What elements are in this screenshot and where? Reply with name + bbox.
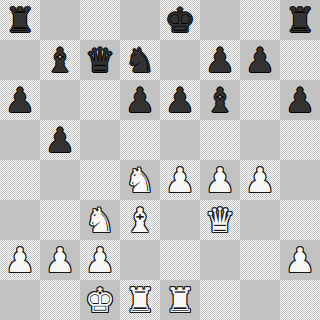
piece-black-knight[interactable]: ♞ — [120, 40, 160, 80]
square-b3[interactable] — [40, 200, 80, 240]
piece-white-pawn[interactable]: ♟ — [40, 240, 80, 280]
square-f4[interactable]: ♟ — [200, 160, 240, 200]
square-e6[interactable]: ♟ — [160, 80, 200, 120]
square-d4[interactable]: ♞ — [120, 160, 160, 200]
piece-black-rook[interactable]: ♜ — [280, 0, 320, 40]
piece-black-pawn[interactable]: ♟ — [120, 80, 160, 120]
square-h2[interactable]: ♟ — [280, 240, 320, 280]
square-a2[interactable]: ♟ — [0, 240, 40, 280]
square-e2[interactable] — [160, 240, 200, 280]
square-a8[interactable]: ♜ — [0, 0, 40, 40]
piece-white-pawn[interactable]: ♟ — [200, 160, 240, 200]
square-c5[interactable] — [80, 120, 120, 160]
piece-black-king[interactable]: ♚ — [160, 0, 200, 40]
piece-white-pawn[interactable]: ♟ — [80, 240, 120, 280]
square-e5[interactable] — [160, 120, 200, 160]
square-e1[interactable]: ♜ — [160, 280, 200, 320]
chess-board: ♜♚♜♝♛♞♟♟♟♟♟♝♟♟♞♟♟♟♞♝♛♟♟♟♟♚♜♜ — [0, 0, 320, 320]
square-a1[interactable] — [0, 280, 40, 320]
square-f6[interactable]: ♝ — [200, 80, 240, 120]
square-g3[interactable] — [240, 200, 280, 240]
piece-black-pawn[interactable]: ♟ — [240, 40, 280, 80]
piece-white-knight[interactable]: ♞ — [80, 200, 120, 240]
piece-white-rook[interactable]: ♜ — [160, 280, 200, 320]
square-b5[interactable]: ♟ — [40, 120, 80, 160]
square-h4[interactable] — [280, 160, 320, 200]
square-e7[interactable] — [160, 40, 200, 80]
square-b6[interactable] — [40, 80, 80, 120]
square-a4[interactable] — [0, 160, 40, 200]
square-b1[interactable] — [40, 280, 80, 320]
piece-white-pawn[interactable]: ♟ — [280, 240, 320, 280]
square-e8[interactable]: ♚ — [160, 0, 200, 40]
square-f7[interactable]: ♟ — [200, 40, 240, 80]
chess-diagram: ♜♚♜♝♛♞♟♟♟♟♟♝♟♟♞♟♟♟♞♝♛♟♟♟♟♚♜♜ — [0, 0, 320, 320]
piece-black-bishop[interactable]: ♝ — [40, 40, 80, 80]
piece-black-pawn[interactable]: ♟ — [0, 80, 40, 120]
square-d8[interactable] — [120, 0, 160, 40]
square-a3[interactable] — [0, 200, 40, 240]
piece-white-pawn[interactable]: ♟ — [240, 160, 280, 200]
square-c1[interactable]: ♚ — [80, 280, 120, 320]
square-h1[interactable] — [280, 280, 320, 320]
square-f2[interactable] — [200, 240, 240, 280]
square-c7[interactable]: ♛ — [80, 40, 120, 80]
square-g1[interactable] — [240, 280, 280, 320]
square-h7[interactable] — [280, 40, 320, 80]
square-g4[interactable]: ♟ — [240, 160, 280, 200]
piece-black-bishop[interactable]: ♝ — [200, 80, 240, 120]
piece-white-king[interactable]: ♚ — [80, 280, 120, 320]
square-g2[interactable] — [240, 240, 280, 280]
square-g8[interactable] — [240, 0, 280, 40]
square-b2[interactable]: ♟ — [40, 240, 80, 280]
piece-black-pawn[interactable]: ♟ — [40, 120, 80, 160]
square-g6[interactable] — [240, 80, 280, 120]
piece-white-bishop[interactable]: ♝ — [120, 200, 160, 240]
square-b8[interactable] — [40, 0, 80, 40]
piece-white-pawn[interactable]: ♟ — [160, 160, 200, 200]
square-e3[interactable] — [160, 200, 200, 240]
piece-black-pawn[interactable]: ♟ — [280, 80, 320, 120]
square-c3[interactable]: ♞ — [80, 200, 120, 240]
piece-black-queen[interactable]: ♛ — [80, 40, 120, 80]
square-g5[interactable] — [240, 120, 280, 160]
square-c8[interactable] — [80, 0, 120, 40]
square-h8[interactable]: ♜ — [280, 0, 320, 40]
square-h5[interactable] — [280, 120, 320, 160]
square-d3[interactable]: ♝ — [120, 200, 160, 240]
square-d2[interactable] — [120, 240, 160, 280]
square-e4[interactable]: ♟ — [160, 160, 200, 200]
square-f5[interactable] — [200, 120, 240, 160]
square-a6[interactable]: ♟ — [0, 80, 40, 120]
square-f8[interactable] — [200, 0, 240, 40]
piece-white-queen[interactable]: ♛ — [200, 200, 240, 240]
square-a5[interactable] — [0, 120, 40, 160]
square-h3[interactable] — [280, 200, 320, 240]
square-d6[interactable]: ♟ — [120, 80, 160, 120]
square-f3[interactable]: ♛ — [200, 200, 240, 240]
square-d1[interactable]: ♜ — [120, 280, 160, 320]
piece-white-pawn[interactable]: ♟ — [0, 240, 40, 280]
piece-white-rook[interactable]: ♜ — [120, 280, 160, 320]
square-b7[interactable]: ♝ — [40, 40, 80, 80]
square-a7[interactable] — [0, 40, 40, 80]
square-d7[interactable]: ♞ — [120, 40, 160, 80]
square-c2[interactable]: ♟ — [80, 240, 120, 280]
piece-black-rook[interactable]: ♜ — [0, 0, 40, 40]
square-h6[interactable]: ♟ — [280, 80, 320, 120]
piece-white-knight[interactable]: ♞ — [120, 160, 160, 200]
square-c4[interactable] — [80, 160, 120, 200]
square-b4[interactable] — [40, 160, 80, 200]
square-d5[interactable] — [120, 120, 160, 160]
piece-black-pawn[interactable]: ♟ — [200, 40, 240, 80]
piece-black-pawn[interactable]: ♟ — [160, 80, 200, 120]
square-f1[interactable] — [200, 280, 240, 320]
square-g7[interactable]: ♟ — [240, 40, 280, 80]
square-c6[interactable] — [80, 80, 120, 120]
